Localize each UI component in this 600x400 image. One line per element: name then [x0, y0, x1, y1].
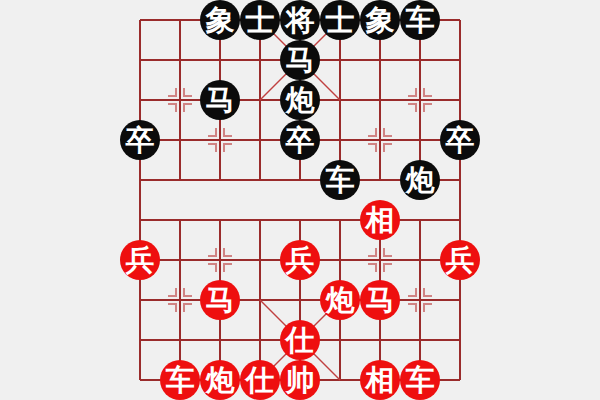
piece-black-soldier[interactable]: 卒	[280, 120, 320, 160]
piece-red-general[interactable]: 帅	[280, 360, 320, 400]
xiangqi-board: 象士将士象车马马炮卒卒卒车炮相兵兵兵马炮马仕车炮仕帅相车	[0, 0, 600, 400]
piece-layer: 象士将士象车马马炮卒卒卒车炮相兵兵兵马炮马仕车炮仕帅相车	[120, 0, 480, 400]
piece-black-elephant[interactable]: 象	[360, 0, 400, 40]
piece-black-advisor[interactable]: 士	[320, 0, 360, 40]
piece-black-chariot[interactable]: 车	[320, 160, 360, 200]
piece-red-cannon[interactable]: 炮	[320, 280, 360, 320]
piece-black-soldier[interactable]: 卒	[440, 120, 480, 160]
piece-red-horse[interactable]: 马	[360, 280, 400, 320]
piece-red-chariot[interactable]: 车	[160, 360, 200, 400]
piece-black-horse[interactable]: 马	[280, 40, 320, 80]
piece-black-cannon[interactable]: 炮	[400, 160, 440, 200]
piece-black-horse[interactable]: 马	[200, 80, 240, 120]
piece-black-general[interactable]: 将	[280, 0, 320, 40]
piece-black-elephant[interactable]: 象	[200, 0, 240, 40]
piece-red-soldier[interactable]: 兵	[120, 240, 160, 280]
piece-red-soldier[interactable]: 兵	[280, 240, 320, 280]
piece-black-soldier[interactable]: 卒	[120, 120, 160, 160]
piece-black-advisor[interactable]: 士	[240, 0, 280, 40]
piece-red-chariot[interactable]: 车	[400, 360, 440, 400]
piece-red-elephant[interactable]: 相	[360, 360, 400, 400]
piece-red-elephant[interactable]: 相	[360, 200, 400, 240]
piece-red-soldier[interactable]: 兵	[440, 240, 480, 280]
piece-red-horse[interactable]: 马	[200, 280, 240, 320]
piece-red-advisor[interactable]: 仕	[240, 360, 280, 400]
piece-black-cannon[interactable]: 炮	[280, 80, 320, 120]
piece-red-advisor[interactable]: 仕	[280, 320, 320, 360]
piece-black-chariot[interactable]: 车	[400, 0, 440, 40]
piece-red-cannon[interactable]: 炮	[200, 360, 240, 400]
